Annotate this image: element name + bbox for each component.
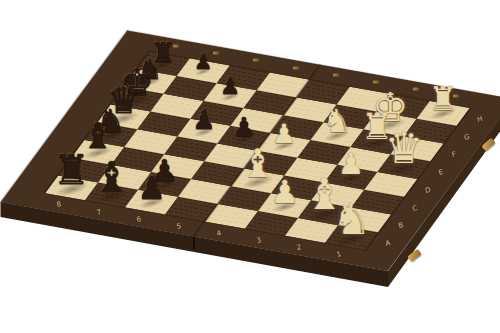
coord-label-C: C	[411, 205, 417, 213]
coord-label-1: 1	[336, 251, 342, 259]
white-pawn-e4[interactable]: ♟	[272, 118, 296, 149]
far-border-plaque-icon	[333, 73, 339, 76]
fold-seam-side-mark	[193, 236, 195, 249]
coord-label-8: 8	[56, 201, 62, 209]
white-queen-e1[interactable]: ♛	[385, 123, 423, 173]
far-border-plaque-icon	[253, 59, 259, 62]
far-border-plaque-icon	[213, 52, 219, 55]
black-pawn-a6[interactable]: ♟	[137, 170, 165, 206]
coord-label-3: 3	[256, 237, 262, 245]
black-rook-a8[interactable]: ♜	[53, 146, 90, 194]
white-pawn-b3[interactable]: ♟	[270, 172, 299, 210]
coord-label-2: 2	[296, 244, 302, 252]
far-border-plaque-icon	[293, 66, 299, 69]
black-pawn-g6[interactable]: ♟	[220, 73, 240, 99]
far-border-plaque-icon	[413, 87, 419, 90]
black-pawn-e5[interactable]: ♟	[232, 112, 255, 142]
black-bishop-a7[interactable]: ♝	[93, 153, 130, 201]
coord-label-D: D	[424, 187, 431, 195]
white-rook-h1[interactable]: ♜	[429, 80, 458, 118]
white-knight-a1[interactable]: ♞	[332, 194, 371, 244]
coord-label-4: 4	[216, 230, 222, 238]
coord-label-E: E	[438, 169, 444, 177]
brass-latch-icon	[407, 249, 422, 263]
black-pawn-h7[interactable]: ♟	[194, 50, 212, 74]
white-knight-f3[interactable]: ♞	[323, 101, 352, 139]
chess-set-photo: 87654321ABCDEFGH ♜♟♞♟♚♜♛♚♟♞♞♟♜♟♝♛♟♝♟♜♝♟♟…	[0, 0, 500, 333]
black-pawn-e6[interactable]: ♟	[193, 105, 216, 135]
